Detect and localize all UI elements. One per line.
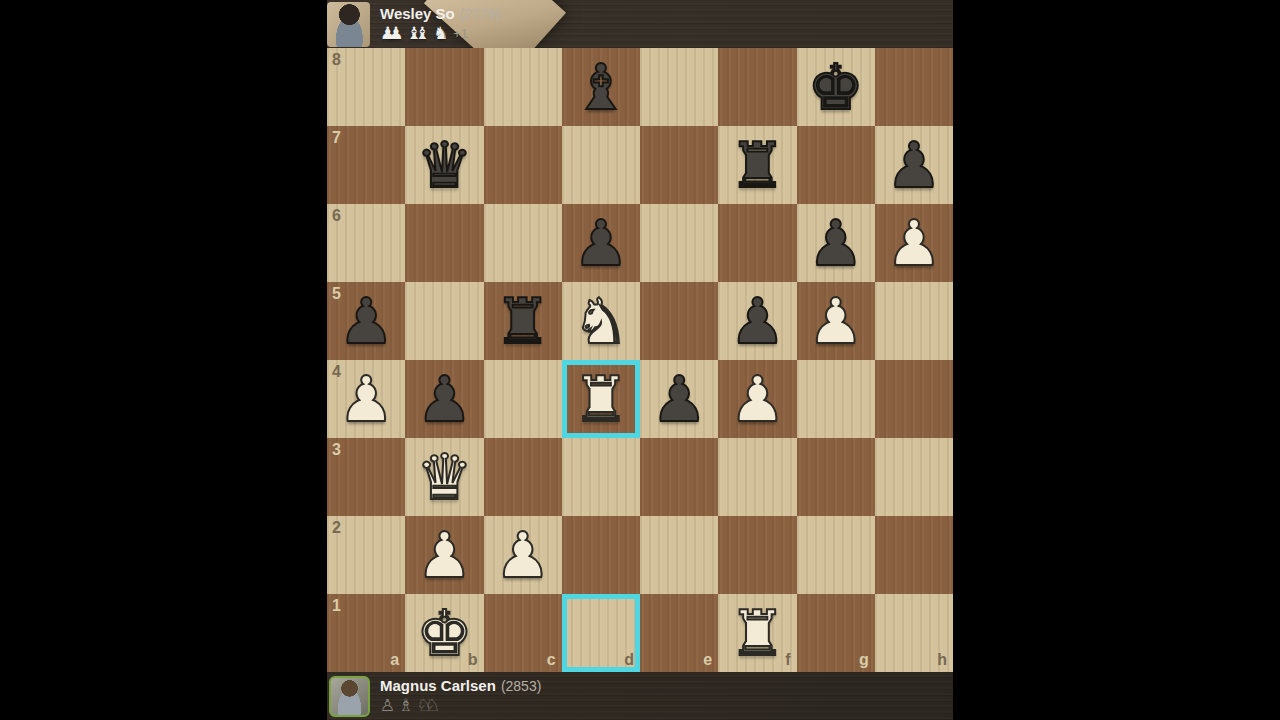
white-pawn[interactable]: ♟ bbox=[327, 360, 405, 438]
square-g2[interactable] bbox=[797, 516, 875, 594]
black-rook[interactable]: ♜ bbox=[718, 126, 796, 204]
square-d8[interactable]: ♝ bbox=[562, 48, 640, 126]
square-g6[interactable]: ♟ bbox=[797, 204, 875, 282]
black-pawn[interactable]: ♟ bbox=[327, 282, 405, 360]
white-rook[interactable]: ♜ bbox=[562, 360, 640, 438]
black-rook[interactable]: ♜ bbox=[484, 282, 562, 360]
square-e2[interactable] bbox=[640, 516, 718, 594]
square-c4[interactable] bbox=[484, 360, 562, 438]
player-rating-bottom: (2853) bbox=[501, 678, 541, 694]
square-b7[interactable]: ♛ bbox=[405, 126, 483, 204]
black-bishop[interactable]: ♝ bbox=[562, 48, 640, 126]
square-b8[interactable] bbox=[405, 48, 483, 126]
square-h6[interactable]: ♟ bbox=[875, 204, 953, 282]
rank-label-8: 8 bbox=[332, 51, 341, 69]
square-e4[interactable]: ♟ bbox=[640, 360, 718, 438]
material-advantage-badge: +1 bbox=[453, 26, 468, 41]
player-name-top: Wesley So bbox=[380, 5, 455, 22]
square-a4[interactable]: 4♟ bbox=[327, 360, 405, 438]
square-f1[interactable]: f♜ bbox=[718, 594, 796, 672]
captured-pieces-top: ♟♟♝♝♞ bbox=[380, 24, 451, 43]
square-g5[interactable]: ♟ bbox=[797, 282, 875, 360]
rank-label-6: 6 bbox=[332, 207, 341, 225]
square-b3[interactable]: ♛ bbox=[405, 438, 483, 516]
captured-piece-group: ♗ bbox=[398, 697, 413, 714]
white-queen[interactable]: ♛ bbox=[405, 438, 483, 516]
square-e8[interactable] bbox=[640, 48, 718, 126]
square-f8[interactable] bbox=[718, 48, 796, 126]
white-king[interactable]: ♚ bbox=[405, 594, 483, 672]
white-knight[interactable]: ♞ bbox=[562, 282, 640, 360]
file-label-c: c bbox=[547, 651, 556, 669]
square-f3[interactable] bbox=[718, 438, 796, 516]
square-h7[interactable]: ♟ bbox=[875, 126, 953, 204]
captured-piece-group: ♙ bbox=[380, 697, 395, 714]
avatar-magnus-carlsen[interactable] bbox=[329, 676, 370, 717]
white-pawn[interactable]: ♟ bbox=[405, 516, 483, 594]
square-g4[interactable] bbox=[797, 360, 875, 438]
white-pawn[interactable]: ♟ bbox=[875, 204, 953, 282]
square-b2[interactable]: ♟ bbox=[405, 516, 483, 594]
square-f4[interactable]: ♟ bbox=[718, 360, 796, 438]
file-label-d: d bbox=[624, 651, 634, 669]
black-king[interactable]: ♚ bbox=[797, 48, 875, 126]
square-d1[interactable]: d bbox=[562, 594, 640, 672]
square-h8[interactable] bbox=[875, 48, 953, 126]
square-a3[interactable]: 3 bbox=[327, 438, 405, 516]
square-c3[interactable] bbox=[484, 438, 562, 516]
square-c6[interactable] bbox=[484, 204, 562, 282]
white-rook[interactable]: ♜ bbox=[718, 594, 796, 672]
square-c5[interactable]: ♜ bbox=[484, 282, 562, 360]
square-g7[interactable] bbox=[797, 126, 875, 204]
square-d7[interactable] bbox=[562, 126, 640, 204]
bottom-player-bar: Magnus Carlsen (2853) ♙♗♘♘ bbox=[327, 672, 953, 720]
square-e7[interactable] bbox=[640, 126, 718, 204]
square-g1[interactable]: g bbox=[797, 594, 875, 672]
square-d2[interactable] bbox=[562, 516, 640, 594]
square-c7[interactable] bbox=[484, 126, 562, 204]
rank-label-7: 7 bbox=[332, 129, 341, 147]
captured-piece-group: ♟♟ bbox=[380, 25, 403, 42]
square-h3[interactable] bbox=[875, 438, 953, 516]
black-queen[interactable]: ♛ bbox=[405, 126, 483, 204]
captured-piece-group: ♝♝ bbox=[406, 25, 429, 42]
white-pawn[interactable]: ♟ bbox=[718, 360, 796, 438]
top-player-info: Wesley So (2779) ♟♟♝♝♞ +1 bbox=[380, 5, 500, 43]
square-e6[interactable] bbox=[640, 204, 718, 282]
avatar-wesley-so[interactable] bbox=[327, 2, 370, 47]
rank-label-1: 1 bbox=[332, 597, 341, 615]
square-c1[interactable]: c bbox=[484, 594, 562, 672]
player-rating-top: (2779) bbox=[460, 6, 500, 22]
square-b6[interactable] bbox=[405, 204, 483, 282]
square-h2[interactable] bbox=[875, 516, 953, 594]
file-label-h: h bbox=[937, 651, 947, 669]
square-a1[interactable]: 1a bbox=[327, 594, 405, 672]
file-label-g: g bbox=[859, 651, 869, 669]
captured-piece-group: ♘♘ bbox=[417, 697, 440, 714]
square-b4[interactable]: ♟ bbox=[405, 360, 483, 438]
black-pawn[interactable]: ♟ bbox=[562, 204, 640, 282]
square-c8[interactable] bbox=[484, 48, 562, 126]
square-h5[interactable] bbox=[875, 282, 953, 360]
square-a7[interactable]: 7 bbox=[327, 126, 405, 204]
square-f6[interactable] bbox=[718, 204, 796, 282]
white-pawn[interactable]: ♟ bbox=[484, 516, 562, 594]
black-pawn[interactable]: ♟ bbox=[875, 126, 953, 204]
square-b5[interactable] bbox=[405, 282, 483, 360]
captured-piece-group: ♞ bbox=[433, 25, 448, 42]
square-f2[interactable] bbox=[718, 516, 796, 594]
white-pawn[interactable]: ♟ bbox=[797, 282, 875, 360]
square-f5[interactable]: ♟ bbox=[718, 282, 796, 360]
game-stage: Wesley So (2779) ♟♟♝♝♞ +1 8♝♚7♛♜♟6♟♟♟5♟♜… bbox=[327, 0, 953, 720]
black-pawn[interactable]: ♟ bbox=[405, 360, 483, 438]
black-pawn[interactable]: ♟ bbox=[640, 360, 718, 438]
square-e1[interactable]: e bbox=[640, 594, 718, 672]
rank-label-3: 3 bbox=[332, 441, 341, 459]
square-h1[interactable]: h bbox=[875, 594, 953, 672]
square-a8[interactable]: 8 bbox=[327, 48, 405, 126]
top-player-bar: Wesley So (2779) ♟♟♝♝♞ +1 bbox=[327, 0, 953, 48]
black-pawn[interactable]: ♟ bbox=[718, 282, 796, 360]
black-pawn[interactable]: ♟ bbox=[797, 204, 875, 282]
square-d3[interactable] bbox=[562, 438, 640, 516]
square-d4[interactable]: ♜ bbox=[562, 360, 640, 438]
square-e5[interactable] bbox=[640, 282, 718, 360]
square-d6[interactable]: ♟ bbox=[562, 204, 640, 282]
square-e3[interactable] bbox=[640, 438, 718, 516]
square-h4[interactable] bbox=[875, 360, 953, 438]
bottom-player-info: Magnus Carlsen (2853) ♙♗♘♘ bbox=[380, 677, 541, 715]
captured-pieces-bottom: ♙♗♘♘ bbox=[380, 696, 443, 715]
square-b1[interactable]: b♚ bbox=[405, 594, 483, 672]
square-a5[interactable]: 5♟ bbox=[327, 282, 405, 360]
square-g3[interactable] bbox=[797, 438, 875, 516]
square-a6[interactable]: 6 bbox=[327, 204, 405, 282]
file-label-a: a bbox=[390, 651, 399, 669]
file-label-e: e bbox=[703, 651, 712, 669]
square-d5[interactable]: ♞ bbox=[562, 282, 640, 360]
rank-label-2: 2 bbox=[332, 519, 341, 537]
square-c2[interactable]: ♟ bbox=[484, 516, 562, 594]
player-name-bottom: Magnus Carlsen bbox=[380, 677, 496, 694]
square-a2[interactable]: 2 bbox=[327, 516, 405, 594]
square-f7[interactable]: ♜ bbox=[718, 126, 796, 204]
square-g8[interactable]: ♚ bbox=[797, 48, 875, 126]
chess-board: 8♝♚7♛♜♟6♟♟♟5♟♜♞♟♟4♟♟♜♟♟3♛2♟♟1ab♚cdef♜gh bbox=[327, 48, 953, 672]
